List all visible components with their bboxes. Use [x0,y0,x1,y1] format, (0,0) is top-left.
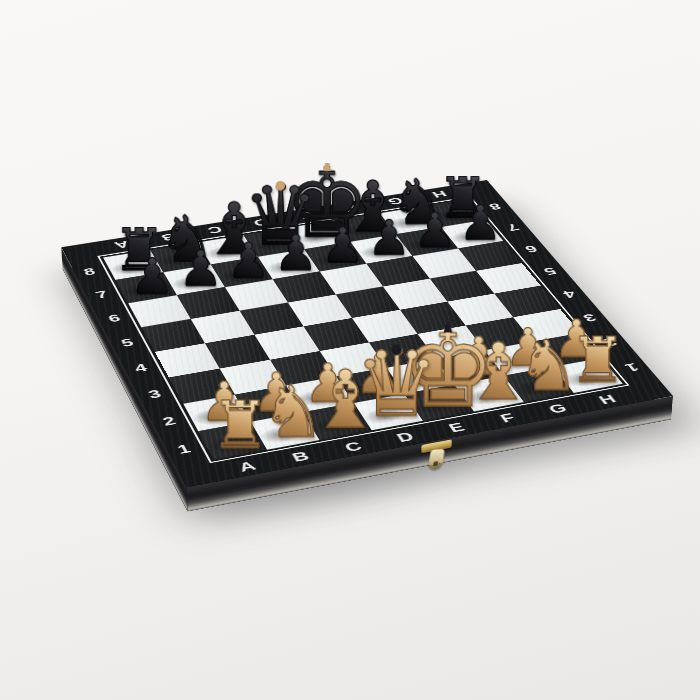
brass-clasp[interactable] [421,438,452,482]
black-pawn-d7[interactable]: ♟ [274,233,318,274]
square-f6[interactable] [366,256,429,286]
white-rook-a1[interactable]: ♜ [210,397,269,453]
white-knight-b1[interactable]: ♞ [260,382,324,443]
black-pawn-c7[interactable]: ♟ [226,240,270,281]
clasp-hook [428,449,445,470]
photo-scene: ABCDEFGH ABCDEFGH 87654321 87654321 ♜♞♝♛… [0,0,700,700]
black-pawn-e7[interactable]: ♟ [321,225,364,266]
studio-background: ABCDEFGH ABCDEFGH 87654321 87654321 ♜♞♝♛… [0,0,700,700]
chess-board: ABCDEFGH ABCDEFGH 87654321 87654321 ♜♞♝♛… [61,180,673,487]
black-pawn-b7[interactable]: ♟ [178,248,222,290]
black-pawn-a7[interactable]: ♟ [130,256,174,298]
black-pawn-g7[interactable]: ♟ [413,210,456,251]
black-pawn-f7[interactable]: ♟ [367,218,410,259]
